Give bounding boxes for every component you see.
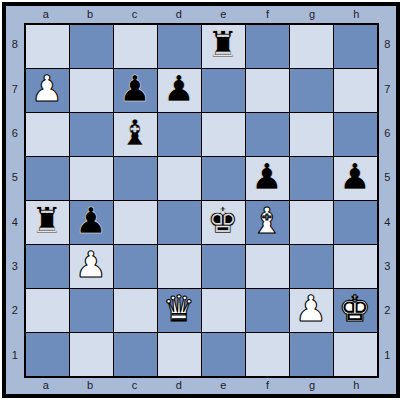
rank-label-left-2: 2 bbox=[12, 289, 18, 333]
rank-label-left-3: 3 bbox=[12, 244, 18, 288]
square-a2[interactable] bbox=[26, 289, 69, 332]
file-label-top-d: d bbox=[157, 9, 201, 20]
rank-labels-left: 87654321 bbox=[12, 23, 18, 378]
file-labels-top: abcdefgh bbox=[24, 9, 379, 20]
file-label-top-c: c bbox=[112, 9, 156, 20]
square-d1[interactable] bbox=[158, 333, 201, 376]
square-b1[interactable] bbox=[70, 333, 113, 376]
square-f1[interactable] bbox=[246, 333, 289, 376]
file-label-top-h: h bbox=[334, 9, 378, 20]
rank-label-right-7: 7 bbox=[384, 67, 390, 111]
square-c7[interactable]: ♟ bbox=[114, 69, 157, 112]
square-b8[interactable] bbox=[70, 25, 113, 68]
rank-label-right-6: 6 bbox=[384, 111, 390, 155]
square-c6[interactable]: ♝ bbox=[114, 113, 157, 156]
square-e6[interactable] bbox=[202, 113, 245, 156]
square-g5[interactable] bbox=[290, 157, 333, 200]
square-a5[interactable] bbox=[26, 157, 69, 200]
board-frame: abcdefgh 87654321 ♜♟♟♟♝♟♟♜♟♚♝♟♛♟♚ 876543… bbox=[2, 2, 400, 398]
file-label-bottom-h: h bbox=[334, 380, 378, 391]
file-label-top-g: g bbox=[290, 9, 334, 20]
square-f5[interactable]: ♟ bbox=[246, 157, 289, 200]
square-a3[interactable] bbox=[26, 245, 69, 288]
square-a7[interactable]: ♟ bbox=[26, 69, 69, 112]
file-label-top-a: a bbox=[24, 9, 68, 20]
file-label-top-b: b bbox=[68, 9, 112, 20]
piece-black-pawn[interactable]: ♟ bbox=[163, 71, 195, 107]
square-b2[interactable] bbox=[70, 289, 113, 332]
square-f6[interactable] bbox=[246, 113, 289, 156]
square-e2[interactable] bbox=[202, 289, 245, 332]
file-label-bottom-b: b bbox=[68, 380, 112, 391]
square-d6[interactable] bbox=[158, 113, 201, 156]
square-a1[interactable] bbox=[26, 333, 69, 376]
square-e8[interactable]: ♜ bbox=[202, 25, 245, 68]
square-f7[interactable] bbox=[246, 69, 289, 112]
square-d8[interactable] bbox=[158, 25, 201, 68]
square-h7[interactable] bbox=[334, 69, 377, 112]
square-b7[interactable] bbox=[70, 69, 113, 112]
rank-label-right-1: 1 bbox=[384, 333, 390, 377]
piece-black-pawn[interactable]: ♟ bbox=[119, 71, 151, 107]
coordinate-margin: abcdefgh 87654321 ♜♟♟♟♝♟♟♜♟♚♝♟♛♟♚ 876543… bbox=[6, 6, 396, 394]
square-g6[interactable] bbox=[290, 113, 333, 156]
square-c8[interactable] bbox=[114, 25, 157, 68]
square-b3[interactable]: ♟ bbox=[70, 245, 113, 288]
rank-label-left-7: 7 bbox=[12, 67, 18, 111]
square-e3[interactable] bbox=[202, 245, 245, 288]
square-e4[interactable]: ♚ bbox=[202, 201, 245, 244]
file-label-bottom-c: c bbox=[112, 380, 156, 391]
rank-label-right-5: 5 bbox=[384, 156, 390, 200]
square-e7[interactable] bbox=[202, 69, 245, 112]
square-d4[interactable] bbox=[158, 201, 201, 244]
square-d2[interactable]: ♛ bbox=[158, 289, 201, 332]
square-d5[interactable] bbox=[158, 157, 201, 200]
piece-black-bishop[interactable]: ♝ bbox=[119, 115, 151, 151]
piece-black-pawn[interactable]: ♟ bbox=[339, 159, 371, 195]
file-label-bottom-d: d bbox=[157, 380, 201, 391]
piece-white-king[interactable]: ♚ bbox=[339, 291, 371, 327]
square-h4[interactable] bbox=[334, 201, 377, 244]
piece-black-pawn[interactable]: ♟ bbox=[251, 159, 283, 195]
rank-label-right-2: 2 bbox=[384, 289, 390, 333]
square-f4[interactable]: ♝ bbox=[246, 201, 289, 244]
rank-label-left-6: 6 bbox=[12, 111, 18, 155]
file-label-top-f: f bbox=[245, 9, 289, 20]
square-h8[interactable] bbox=[334, 25, 377, 68]
square-a8[interactable] bbox=[26, 25, 69, 68]
square-b5[interactable] bbox=[70, 157, 113, 200]
square-h1[interactable] bbox=[334, 333, 377, 376]
square-a4[interactable]: ♜ bbox=[26, 201, 69, 244]
rank-label-right-8: 8 bbox=[384, 23, 390, 67]
square-g4[interactable] bbox=[290, 201, 333, 244]
piece-black-king[interactable]: ♚ bbox=[207, 203, 239, 239]
square-a6[interactable] bbox=[26, 113, 69, 156]
rank-label-left-8: 8 bbox=[12, 23, 18, 67]
piece-white-queen[interactable]: ♛ bbox=[163, 291, 195, 327]
chess-board: ♜♟♟♟♝♟♟♜♟♚♝♟♛♟♚ bbox=[24, 23, 379, 378]
piece-white-pawn[interactable]: ♟ bbox=[75, 247, 107, 283]
file-label-bottom-f: f bbox=[245, 380, 289, 391]
square-g2[interactable]: ♟ bbox=[290, 289, 333, 332]
square-b6[interactable] bbox=[70, 113, 113, 156]
square-f8[interactable] bbox=[246, 25, 289, 68]
square-d3[interactable] bbox=[158, 245, 201, 288]
square-f2[interactable] bbox=[246, 289, 289, 332]
piece-white-pawn[interactable]: ♟ bbox=[31, 71, 63, 107]
square-c2[interactable] bbox=[114, 289, 157, 332]
piece-white-bishop[interactable]: ♝ bbox=[251, 203, 283, 239]
piece-black-pawn[interactable]: ♟ bbox=[75, 203, 107, 239]
square-h5[interactable]: ♟ bbox=[334, 157, 377, 200]
square-c4[interactable] bbox=[114, 201, 157, 244]
square-c3[interactable] bbox=[114, 245, 157, 288]
square-f3[interactable] bbox=[246, 245, 289, 288]
square-b4[interactable]: ♟ bbox=[70, 201, 113, 244]
square-h6[interactable] bbox=[334, 113, 377, 156]
piece-white-pawn[interactable]: ♟ bbox=[295, 291, 327, 327]
rank-label-right-4: 4 bbox=[384, 200, 390, 244]
square-e1[interactable] bbox=[202, 333, 245, 376]
chess-diagram: abcdefgh 87654321 ♜♟♟♟♝♟♟♜♟♚♝♟♛♟♚ 876543… bbox=[0, 0, 402, 400]
rank-label-left-4: 4 bbox=[12, 200, 18, 244]
file-label-bottom-a: a bbox=[24, 380, 68, 391]
file-labels-bottom: abcdefgh bbox=[24, 380, 379, 391]
square-h3[interactable] bbox=[334, 245, 377, 288]
square-g7[interactable] bbox=[290, 69, 333, 112]
rank-label-right-3: 3 bbox=[384, 244, 390, 288]
square-g1[interactable] bbox=[290, 333, 333, 376]
square-g3[interactable] bbox=[290, 245, 333, 288]
piece-black-rook[interactable]: ♜ bbox=[207, 27, 239, 63]
square-e5[interactable] bbox=[202, 157, 245, 200]
square-d7[interactable]: ♟ bbox=[158, 69, 201, 112]
file-label-bottom-g: g bbox=[290, 380, 334, 391]
rank-label-left-5: 5 bbox=[12, 156, 18, 200]
square-g8[interactable] bbox=[290, 25, 333, 68]
piece-black-rook[interactable]: ♜ bbox=[31, 203, 63, 239]
rank-label-left-1: 1 bbox=[12, 333, 18, 377]
square-h2[interactable]: ♚ bbox=[334, 289, 377, 332]
file-label-bottom-e: e bbox=[201, 380, 245, 391]
rank-labels-right: 87654321 bbox=[384, 23, 390, 378]
file-label-top-e: e bbox=[201, 9, 245, 20]
square-c5[interactable] bbox=[114, 157, 157, 200]
square-c1[interactable] bbox=[114, 333, 157, 376]
